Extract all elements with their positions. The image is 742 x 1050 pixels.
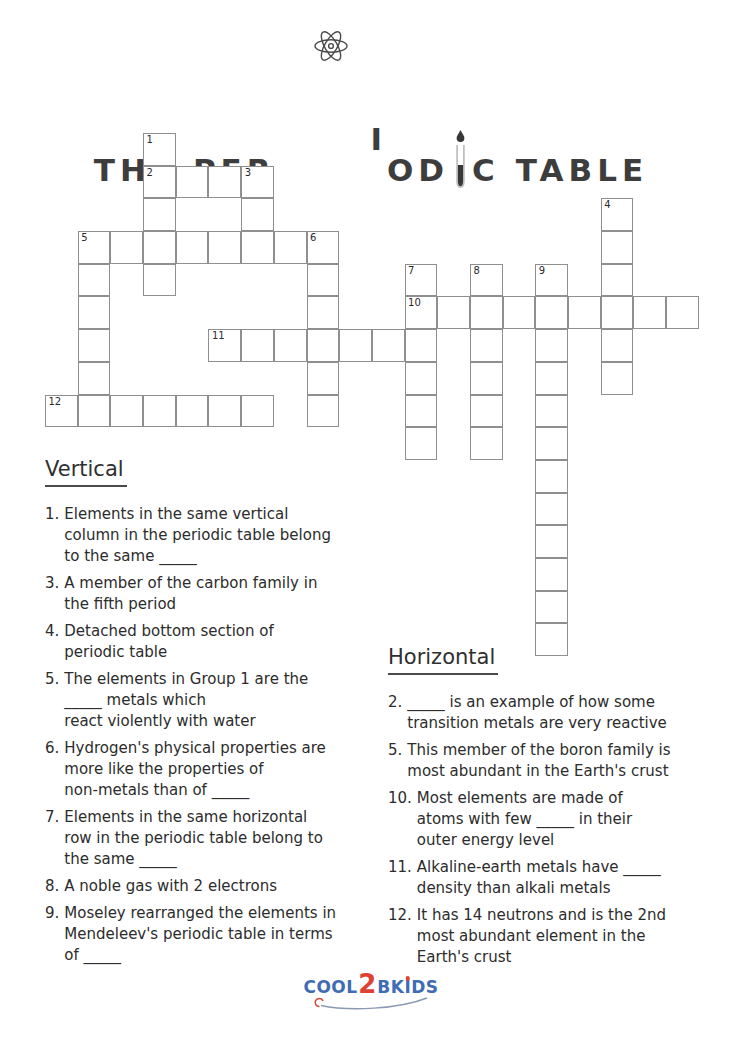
grid-cell[interactable] xyxy=(470,362,503,395)
clue-item: 6.Hydrogen's physical properties are mor… xyxy=(45,738,385,801)
clue-item: 1.Elements in the same vertical column i… xyxy=(45,504,385,567)
clue-item-number: 5. xyxy=(45,669,59,732)
grid-cell[interactable] xyxy=(143,395,176,428)
logo-i: I xyxy=(404,979,411,996)
clue-item-text: Moseley rearranged the elements in Mende… xyxy=(64,903,336,966)
grid-cell[interactable]: 11 xyxy=(208,329,241,362)
grid-cell[interactable] xyxy=(339,329,372,362)
grid-cell[interactable] xyxy=(143,264,176,297)
logo-bk: BK xyxy=(377,979,404,996)
grid-cell[interactable] xyxy=(176,166,209,199)
grid-cell[interactable] xyxy=(176,231,209,264)
clue-number: 2 xyxy=(147,168,153,178)
grid-cell[interactable] xyxy=(208,395,241,428)
grid-cell[interactable] xyxy=(535,329,568,362)
grid-cell[interactable] xyxy=(307,264,340,297)
clue-item: 9.Moseley rearranged the elements in Men… xyxy=(45,903,385,966)
clue-number: 5 xyxy=(81,233,87,243)
vertical-clue-list: 1.Elements in the same vertical column i… xyxy=(45,504,385,966)
grid-cell[interactable] xyxy=(535,525,568,558)
horizontal-clues-section: Horizontal 2._____ is an example of how … xyxy=(388,644,728,974)
clue-item-text: Elements in the same horizontal row in t… xyxy=(64,807,323,870)
clue-item-text: Detached bottom section of periodic tabl… xyxy=(64,621,273,663)
grid-cell[interactable] xyxy=(601,362,634,395)
grid-cell[interactable] xyxy=(307,329,340,362)
grid-cell[interactable] xyxy=(372,329,405,362)
clue-item: 5.The elements in Group 1 are the _____ … xyxy=(45,669,385,732)
grid-cell[interactable] xyxy=(535,296,568,329)
grid-cell[interactable] xyxy=(110,231,143,264)
clue-item-number: 12. xyxy=(388,905,412,968)
grid-cell[interactable] xyxy=(535,427,568,460)
clue-item-number: 4. xyxy=(45,621,59,663)
clue-item-number: 2. xyxy=(388,692,402,734)
grid-cell[interactable] xyxy=(176,395,209,428)
grid-cell[interactable] xyxy=(470,329,503,362)
vertical-clues-section: Vertical 1.Elements in the same vertical… xyxy=(45,456,385,972)
clue-item-text: Elements in the same vertical column in … xyxy=(64,504,331,567)
grid-cell[interactable] xyxy=(78,264,111,297)
horizontal-heading: Horizontal xyxy=(388,644,498,675)
cool2bkids-logo: COOL2BKIDS xyxy=(0,971,742,1012)
clue-item-number: 5. xyxy=(388,740,402,782)
clue-number: 1 xyxy=(147,135,153,145)
grid-cell[interactable]: 2 xyxy=(143,166,176,199)
grid-cell[interactable] xyxy=(274,231,307,264)
clue-item-text: A member of the carbon family in the fif… xyxy=(64,573,317,615)
clue-item: 10.Most elements are made of atoms with … xyxy=(388,788,728,851)
clue-number: 8 xyxy=(473,266,479,276)
grid-cell[interactable] xyxy=(601,231,634,264)
clue-item: 3.A member of the carbon family in the f… xyxy=(45,573,385,615)
grid-cell[interactable] xyxy=(535,362,568,395)
clue-item-number: 1. xyxy=(45,504,59,567)
logo-cool: COOL xyxy=(303,979,357,996)
grid-cell[interactable] xyxy=(78,395,111,428)
grid-cell[interactable]: 10 xyxy=(405,296,438,329)
clue-item: 7.Elements in the same horizontal row in… xyxy=(45,807,385,870)
grid-cell[interactable] xyxy=(666,296,699,329)
grid-cell[interactable] xyxy=(470,296,503,329)
grid-cell[interactable] xyxy=(78,329,111,362)
clue-number: 9 xyxy=(539,266,545,276)
grid-cell[interactable] xyxy=(535,591,568,624)
grid-cell[interactable] xyxy=(274,329,307,362)
clue-item-number: 8. xyxy=(45,876,59,897)
grid-cell[interactable] xyxy=(601,329,634,362)
worksheet-page: THE PER I OD CTABLE 123456789101112 Vert… xyxy=(0,0,742,1050)
grid-cell[interactable] xyxy=(143,231,176,264)
grid-cell[interactable] xyxy=(470,427,503,460)
grid-cell[interactable] xyxy=(241,395,274,428)
clue-number: 10 xyxy=(408,298,421,308)
grid-cell[interactable] xyxy=(633,296,666,329)
grid-cell[interactable] xyxy=(307,395,340,428)
grid-cell[interactable]: 3 xyxy=(241,166,274,199)
clue-item-number: 9. xyxy=(45,903,59,966)
clue-item: 2._____ is an example of how some transi… xyxy=(388,692,728,734)
grid-cell[interactable] xyxy=(307,362,340,395)
grid-cell[interactable] xyxy=(470,395,503,428)
clue-item-number: 11. xyxy=(388,857,412,899)
clue-item: 4.Detached bottom section of periodic ta… xyxy=(45,621,385,663)
grid-cell[interactable] xyxy=(535,493,568,526)
grid-cell[interactable]: 12 xyxy=(45,395,78,428)
grid-cell[interactable]: 8 xyxy=(470,264,503,297)
grid-cell[interactable]: 4 xyxy=(601,198,634,231)
clue-number: 7 xyxy=(408,266,414,276)
grid-cell[interactable] xyxy=(535,558,568,591)
grid-cell[interactable] xyxy=(241,198,274,231)
grid-cell[interactable] xyxy=(405,329,438,362)
logo-ds: DS xyxy=(411,979,438,996)
clue-item-text: The elements in Group 1 are the _____ me… xyxy=(64,669,308,732)
grid-cell[interactable]: 1 xyxy=(143,133,176,166)
clue-item-number: 10. xyxy=(388,788,412,851)
grid-cell[interactable] xyxy=(110,395,143,428)
logo-text: COOL2BKIDS xyxy=(303,971,438,997)
vertical-heading: Vertical xyxy=(45,456,127,487)
clue-item-text: _____ is an example of how some transiti… xyxy=(407,692,667,734)
grid-cell[interactable] xyxy=(208,231,241,264)
clue-number: 11 xyxy=(212,331,225,341)
horizontal-clue-list: 2._____ is an example of how some transi… xyxy=(388,692,728,968)
grid-cell[interactable] xyxy=(78,362,111,395)
logo-2: 2 xyxy=(358,971,377,997)
clue-item: 11.Alkaline-earth metals have _____ dens… xyxy=(388,857,728,899)
grid-cell[interactable]: 5 xyxy=(78,231,111,264)
clue-item-text: It has 14 neutrons and is the 2nd most a… xyxy=(417,905,666,968)
grid-cell[interactable] xyxy=(405,395,438,428)
clue-item: 5.This member of the boron family is mos… xyxy=(388,740,728,782)
clue-item-number: 6. xyxy=(45,738,59,801)
grid-cell[interactable] xyxy=(405,362,438,395)
clue-item: 12.It has 14 neutrons and is the 2nd mos… xyxy=(388,905,728,968)
clue-item-text: A noble gas with 2 electrons xyxy=(64,876,277,897)
grid-cell[interactable] xyxy=(307,296,340,329)
atom-icon xyxy=(311,28,351,64)
grid-cell[interactable] xyxy=(535,395,568,428)
clue-item-text: Hydrogen's physical properties are more … xyxy=(64,738,326,801)
grid-cell[interactable] xyxy=(405,427,438,460)
grid-cell[interactable] xyxy=(601,264,634,297)
clue-number: 3 xyxy=(245,168,251,178)
grid-cell[interactable] xyxy=(535,460,568,493)
clue-item: 8.A noble gas with 2 electrons xyxy=(45,876,385,897)
clue-item-number: 7. xyxy=(45,807,59,870)
grid-cell[interactable]: 6 xyxy=(307,231,340,264)
grid-cell[interactable] xyxy=(601,296,634,329)
clue-number: 12 xyxy=(49,397,62,407)
grid-cell[interactable] xyxy=(241,231,274,264)
grid-cell[interactable] xyxy=(568,296,601,329)
clue-item-number: 3. xyxy=(45,573,59,615)
grid-cell[interactable] xyxy=(503,296,536,329)
clue-item-text: Most elements are made of atoms with few… xyxy=(417,788,632,851)
grid-cell[interactable] xyxy=(241,329,274,362)
grid-cell[interactable]: 7 xyxy=(405,264,438,297)
clue-number: 4 xyxy=(604,200,610,210)
grid-cell[interactable] xyxy=(437,296,470,329)
grid-cell[interactable]: 9 xyxy=(535,264,568,297)
clue-item-text: This member of the boron family is most … xyxy=(407,740,670,782)
clue-number: 6 xyxy=(310,233,316,243)
grid-cell[interactable] xyxy=(143,198,176,231)
grid-cell[interactable] xyxy=(78,296,111,329)
clue-item-text: Alkaline-earth metals have _____ density… xyxy=(417,857,661,899)
grid-cell[interactable] xyxy=(208,166,241,199)
